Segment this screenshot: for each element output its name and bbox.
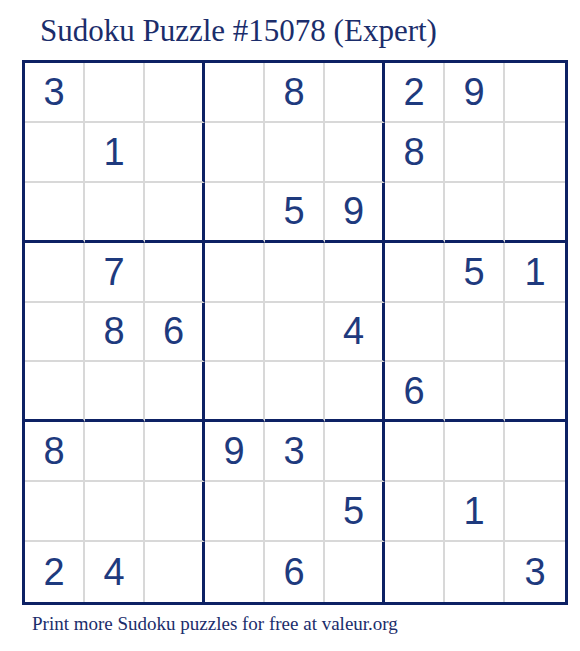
sudoku-cell[interactable] xyxy=(505,362,565,422)
sudoku-cell[interactable] xyxy=(25,183,85,243)
sudoku-cell[interactable]: 3 xyxy=(505,542,565,602)
sudoku-cell[interactable] xyxy=(325,243,385,303)
sudoku-cell[interactable] xyxy=(205,482,265,542)
sudoku-cell[interactable]: 3 xyxy=(265,422,325,482)
sudoku-cell[interactable]: 9 xyxy=(445,63,505,123)
sudoku-cell[interactable] xyxy=(205,63,265,123)
sudoku-cell[interactable] xyxy=(145,243,205,303)
sudoku-cell[interactable] xyxy=(265,123,325,183)
sudoku-cell[interactable] xyxy=(85,63,145,123)
sudoku-cell[interactable] xyxy=(205,303,265,363)
sudoku-cell[interactable]: 3 xyxy=(25,63,85,123)
sudoku-cell[interactable] xyxy=(325,362,385,422)
sudoku-cell[interactable]: 1 xyxy=(445,482,505,542)
sudoku-cell[interactable] xyxy=(145,183,205,243)
sudoku-cell[interactable] xyxy=(145,422,205,482)
sudoku-page: Sudoku Puzzle #15078 (Expert) 3829185975… xyxy=(0,0,580,651)
sudoku-cell[interactable] xyxy=(145,542,205,602)
sudoku-cell[interactable] xyxy=(505,422,565,482)
sudoku-cell[interactable]: 2 xyxy=(25,542,85,602)
sudoku-cell[interactable] xyxy=(85,362,145,422)
sudoku-cell[interactable] xyxy=(325,542,385,602)
sudoku-cell[interactable] xyxy=(25,482,85,542)
sudoku-cell[interactable]: 8 xyxy=(25,422,85,482)
sudoku-cell[interactable]: 5 xyxy=(265,183,325,243)
sudoku-cell[interactable]: 4 xyxy=(325,303,385,363)
sudoku-cell[interactable] xyxy=(445,303,505,363)
sudoku-cell[interactable] xyxy=(265,243,325,303)
sudoku-cell[interactable]: 2 xyxy=(385,63,445,123)
sudoku-cell[interactable]: 1 xyxy=(505,243,565,303)
sudoku-cell[interactable]: 5 xyxy=(325,482,385,542)
sudoku-cell[interactable] xyxy=(25,362,85,422)
sudoku-cell[interactable] xyxy=(265,482,325,542)
sudoku-cell[interactable] xyxy=(445,183,505,243)
sudoku-cell[interactable] xyxy=(325,422,385,482)
sudoku-cell[interactable] xyxy=(505,63,565,123)
sudoku-cell[interactable] xyxy=(205,123,265,183)
sudoku-cell[interactable] xyxy=(85,183,145,243)
sudoku-cell[interactable]: 8 xyxy=(385,123,445,183)
sudoku-cell[interactable] xyxy=(145,482,205,542)
sudoku-cell[interactable] xyxy=(265,303,325,363)
sudoku-cell[interactable] xyxy=(505,303,565,363)
sudoku-cell[interactable] xyxy=(205,243,265,303)
sudoku-cell[interactable] xyxy=(205,183,265,243)
sudoku-cell[interactable]: 8 xyxy=(85,303,145,363)
sudoku-cell[interactable] xyxy=(205,362,265,422)
sudoku-cell[interactable] xyxy=(385,243,445,303)
sudoku-cell[interactable] xyxy=(385,303,445,363)
sudoku-cell[interactable]: 7 xyxy=(85,243,145,303)
sudoku-cell[interactable]: 1 xyxy=(85,123,145,183)
sudoku-cell[interactable] xyxy=(85,482,145,542)
sudoku-cell[interactable] xyxy=(445,362,505,422)
sudoku-cell[interactable] xyxy=(85,422,145,482)
sudoku-cell[interactable] xyxy=(505,123,565,183)
sudoku-cell[interactable] xyxy=(145,362,205,422)
sudoku-cell[interactable]: 9 xyxy=(325,183,385,243)
sudoku-cell[interactable]: 6 xyxy=(265,542,325,602)
sudoku-cell[interactable] xyxy=(385,482,445,542)
sudoku-cell[interactable] xyxy=(205,542,265,602)
sudoku-cell[interactable] xyxy=(445,123,505,183)
sudoku-cell[interactable] xyxy=(145,63,205,123)
sudoku-cell[interactable] xyxy=(505,183,565,243)
sudoku-cell[interactable] xyxy=(385,183,445,243)
sudoku-cell[interactable] xyxy=(145,123,205,183)
sudoku-cell[interactable] xyxy=(325,123,385,183)
sudoku-cell[interactable] xyxy=(25,123,85,183)
page-title: Sudoku Puzzle #15078 (Expert) xyxy=(40,14,437,48)
sudoku-cell[interactable]: 5 xyxy=(445,243,505,303)
sudoku-cell[interactable] xyxy=(385,422,445,482)
sudoku-cell[interactable]: 6 xyxy=(145,303,205,363)
sudoku-board: 382918597518646893512463 xyxy=(22,60,568,605)
footer-text: Print more Sudoku puzzles for free at va… xyxy=(32,613,398,636)
sudoku-cell[interactable]: 4 xyxy=(85,542,145,602)
sudoku-cell[interactable]: 9 xyxy=(205,422,265,482)
sudoku-cell[interactable] xyxy=(25,243,85,303)
sudoku-cell[interactable] xyxy=(445,542,505,602)
sudoku-cell[interactable] xyxy=(505,482,565,542)
sudoku-cell[interactable] xyxy=(25,303,85,363)
sudoku-cell[interactable] xyxy=(325,63,385,123)
sudoku-cell[interactable]: 8 xyxy=(265,63,325,123)
sudoku-cell[interactable] xyxy=(265,362,325,422)
sudoku-cell[interactable] xyxy=(385,542,445,602)
sudoku-cell[interactable] xyxy=(445,422,505,482)
sudoku-cell[interactable]: 6 xyxy=(385,362,445,422)
